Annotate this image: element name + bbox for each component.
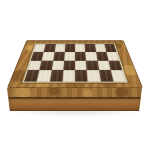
- board-square: [75, 52, 86, 61]
- board-square: [104, 44, 116, 52]
- board-square: [53, 52, 65, 61]
- case-front-side: [7, 88, 142, 111]
- board-square: [106, 52, 119, 61]
- board-square: [62, 70, 75, 81]
- product-photo-scene: [0, 0, 150, 150]
- board-square: [75, 70, 88, 81]
- board-square: [108, 60, 122, 70]
- board-inlay-frame: [22, 43, 129, 83]
- board-square: [54, 44, 65, 52]
- board-square: [64, 52, 75, 61]
- board-square: [51, 60, 64, 70]
- board-square: [50, 70, 64, 81]
- board-square: [111, 70, 126, 81]
- chess-case-lid: [7, 40, 143, 88]
- board-square: [63, 60, 75, 70]
- chessboard: [24, 44, 126, 81]
- board-square: [65, 44, 75, 52]
- lid-front-edge: [7, 88, 142, 97]
- board-square: [75, 60, 87, 70]
- case-base-side: [7, 99, 142, 111]
- board-square: [75, 44, 85, 52]
